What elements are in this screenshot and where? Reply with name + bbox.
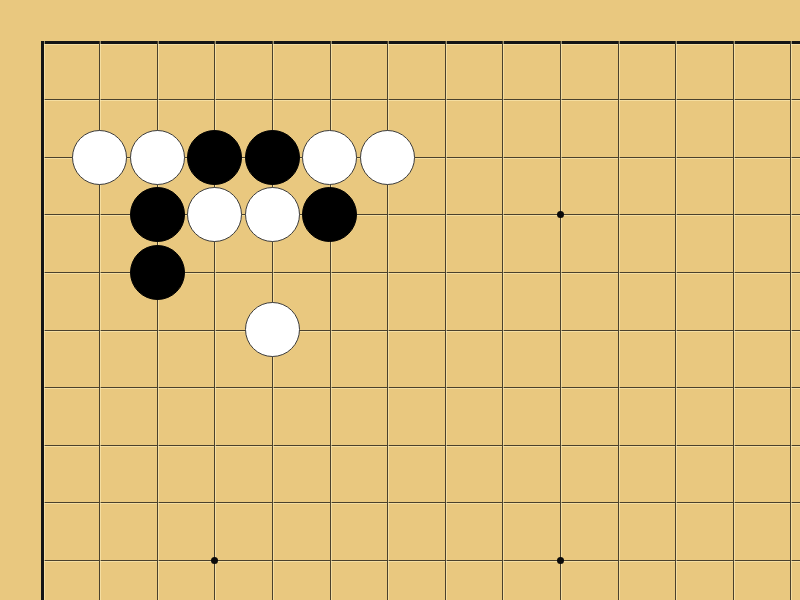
intersection-E14 <box>244 301 302 359</box>
black-stone-C15 <box>130 245 185 300</box>
white-stone-E16 <box>245 187 300 242</box>
intersection-D17 <box>186 128 244 186</box>
intersection-B17 <box>71 128 129 186</box>
black-stone-C16 <box>130 187 185 242</box>
intersection-C15 <box>128 244 186 302</box>
intersection-E16 <box>244 186 302 244</box>
white-stone-B17 <box>72 130 127 185</box>
white-stone-G17 <box>360 130 415 185</box>
black-stone-D17 <box>187 130 242 185</box>
stones-layer <box>13 13 800 589</box>
intersection-C16 <box>128 186 186 244</box>
black-stone-F16 <box>302 187 357 242</box>
intersection-G17 <box>359 128 417 186</box>
white-stone-E14 <box>245 302 300 357</box>
white-stone-D16 <box>187 187 242 242</box>
white-stone-C17 <box>130 130 185 185</box>
intersection-D16 <box>186 186 244 244</box>
intersection-E17 <box>244 128 302 186</box>
go-board[interactable] <box>0 0 800 600</box>
go-diagram <box>0 0 800 600</box>
intersection-F16 <box>301 186 359 244</box>
intersection-F17 <box>301 128 359 186</box>
black-stone-E17 <box>245 130 300 185</box>
white-stone-F17 <box>302 130 357 185</box>
intersection-C17 <box>128 128 186 186</box>
